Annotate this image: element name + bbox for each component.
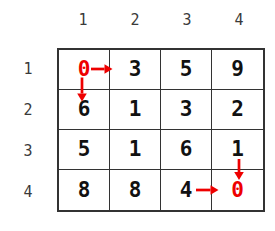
col-label-3: 3 — [161, 12, 213, 29]
cell-r3c1: 5 — [59, 130, 110, 170]
row-label-3: 3 — [14, 130, 42, 171]
cell-r2c2: 1 — [110, 90, 161, 130]
cell-r3c3: 6 — [161, 130, 212, 170]
cell-r3c4: 1 — [212, 130, 263, 170]
cell-r1c1: 0 — [59, 50, 110, 90]
cell-r2c4: 2 — [212, 90, 263, 130]
col-label-2: 2 — [109, 12, 161, 29]
col-label-4: 4 — [213, 12, 265, 29]
cell-r1c3: 5 — [161, 50, 212, 90]
board-grid: 0 3 5 9 6 1 3 2 5 1 6 1 8 8 4 0 — [57, 48, 265, 212]
col-label-1: 1 — [57, 12, 109, 29]
cell-r4c3: 4 — [161, 170, 212, 210]
cell-r4c1: 8 — [59, 170, 110, 210]
cell-r4c4: 0 — [212, 170, 263, 210]
row-label-1: 1 — [14, 48, 42, 89]
row-label-4: 4 — [14, 171, 42, 212]
cell-r2c3: 3 — [161, 90, 212, 130]
cell-r1c2: 3 — [110, 50, 161, 90]
grid-diagram: 1 2 3 4 1 2 3 4 0 3 5 9 6 1 3 2 5 1 6 1 … — [0, 0, 275, 231]
cell-r3c2: 1 — [110, 130, 161, 170]
cell-r1c4: 9 — [212, 50, 263, 90]
cell-r2c1: 6 — [59, 90, 110, 130]
row-label-2: 2 — [14, 89, 42, 130]
cell-r4c2: 8 — [110, 170, 161, 210]
